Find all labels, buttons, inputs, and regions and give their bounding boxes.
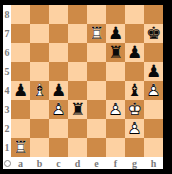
square-a6[interactable] — [11, 43, 30, 62]
square-e8[interactable] — [87, 5, 106, 24]
square-g3[interactable]: ♚♔ — [125, 100, 144, 119]
square-b3[interactable] — [30, 100, 49, 119]
file-labels: abcdefgh — [11, 157, 163, 169]
square-h1[interactable] — [144, 138, 163, 157]
white-pawn-fill: ♟ — [49, 100, 68, 119]
black-pawn-piece: ♟ — [106, 24, 125, 43]
side-to-move-indicator — [3, 157, 11, 169]
square-h4[interactable]: ♟♙ — [144, 81, 163, 100]
rank-label-7: 7 — [3, 24, 11, 43]
file-label-h: h — [144, 157, 163, 169]
square-f3[interactable]: ♟♙ — [106, 100, 125, 119]
square-e6[interactable] — [87, 43, 106, 62]
square-a2[interactable] — [11, 119, 30, 138]
square-b6[interactable] — [30, 43, 49, 62]
white-pawn-fill: ♟ — [144, 81, 163, 100]
square-h5[interactable]: ♟ — [144, 62, 163, 81]
white-to-move-circle-icon — [4, 160, 11, 167]
square-c8[interactable] — [49, 5, 68, 24]
black-rook-piece: ♜ — [68, 100, 87, 119]
rank-label-1: 1 — [3, 138, 11, 157]
white-pawn-fill: ♟ — [106, 100, 125, 119]
rank-label-4: 4 — [3, 81, 11, 100]
square-d1[interactable] — [68, 138, 87, 157]
white-rook-piece: ♖ — [11, 138, 30, 157]
square-e3[interactable] — [87, 100, 106, 119]
square-b8[interactable] — [30, 5, 49, 24]
chess-diagram: 87654321 ♜♖♟♚♜♟♟♟♝♗♟♝♟♙♟♙♜♟♙♚♔♟♙♜♖ abcde… — [3, 5, 163, 169]
white-pawn-piece: ♙ — [144, 81, 163, 100]
square-c6[interactable] — [49, 43, 68, 62]
white-pawn-fill: ♟ — [125, 119, 144, 138]
square-d3[interactable]: ♜ — [68, 100, 87, 119]
square-e5[interactable] — [87, 62, 106, 81]
square-h7[interactable]: ♚ — [144, 24, 163, 43]
chess-board: ♜♖♟♚♜♟♟♟♝♗♟♝♟♙♟♙♜♟♙♚♔♟♙♜♖ — [11, 5, 163, 157]
square-g4[interactable]: ♝ — [125, 81, 144, 100]
file-label-a: a — [11, 157, 30, 169]
square-f6[interactable]: ♜ — [106, 43, 125, 62]
chess-diagram-frame: 87654321 ♜♖♟♚♜♟♟♟♝♗♟♝♟♙♟♙♜♟♙♚♔♟♙♜♖ abcde… — [0, 0, 172, 174]
rank-label-3: 3 — [3, 100, 11, 119]
square-b4[interactable]: ♝♗ — [30, 81, 49, 100]
white-king-piece: ♔ — [125, 100, 144, 119]
white-rook-fill: ♜ — [11, 138, 30, 157]
square-b1[interactable] — [30, 138, 49, 157]
square-a1[interactable]: ♜♖ — [11, 138, 30, 157]
square-e2[interactable] — [87, 119, 106, 138]
square-c4[interactable]: ♟ — [49, 81, 68, 100]
file-label-e: e — [87, 157, 106, 169]
file-label-c: c — [49, 157, 68, 169]
square-f8[interactable] — [106, 5, 125, 24]
white-king-fill: ♚ — [125, 100, 144, 119]
square-a3[interactable] — [11, 100, 30, 119]
square-d7[interactable] — [68, 24, 87, 43]
black-rook-piece: ♜ — [106, 43, 125, 62]
square-a5[interactable] — [11, 62, 30, 81]
rank-label-2: 2 — [3, 119, 11, 138]
file-label-b: b — [30, 157, 49, 169]
white-rook-piece: ♖ — [87, 24, 106, 43]
square-c7[interactable] — [49, 24, 68, 43]
square-a8[interactable] — [11, 5, 30, 24]
square-g5[interactable] — [125, 62, 144, 81]
square-d8[interactable] — [68, 5, 87, 24]
rank-label-6: 6 — [3, 43, 11, 62]
black-pawn-piece: ♟ — [49, 81, 68, 100]
square-a4[interactable]: ♟ — [11, 81, 30, 100]
white-pawn-piece: ♙ — [106, 100, 125, 119]
square-g2[interactable]: ♟♙ — [125, 119, 144, 138]
square-h3[interactable] — [144, 100, 163, 119]
square-b7[interactable] — [30, 24, 49, 43]
square-d4[interactable] — [68, 81, 87, 100]
square-h2[interactable] — [144, 119, 163, 138]
square-d2[interactable] — [68, 119, 87, 138]
file-labels-row: abcdefgh — [3, 157, 163, 169]
square-f5[interactable] — [106, 62, 125, 81]
square-d5[interactable] — [68, 62, 87, 81]
square-e1[interactable] — [87, 138, 106, 157]
rank-labels: 87654321 — [3, 5, 11, 157]
square-e7[interactable]: ♜♖ — [87, 24, 106, 43]
white-pawn-piece: ♙ — [125, 119, 144, 138]
white-bishop-fill: ♝ — [30, 81, 49, 100]
rank-label-5: 5 — [3, 62, 11, 81]
square-f4[interactable] — [106, 81, 125, 100]
black-king-piece: ♚ — [144, 24, 163, 43]
square-f7[interactable]: ♟ — [106, 24, 125, 43]
rank-label-8: 8 — [3, 5, 11, 24]
square-g7[interactable] — [125, 24, 144, 43]
file-label-f: f — [106, 157, 125, 169]
black-pawn-piece: ♟ — [144, 62, 163, 81]
square-d6[interactable] — [68, 43, 87, 62]
square-c2[interactable] — [49, 119, 68, 138]
square-b2[interactable] — [30, 119, 49, 138]
black-pawn-piece: ♟ — [125, 43, 144, 62]
square-f2[interactable] — [106, 119, 125, 138]
square-h8[interactable] — [144, 5, 163, 24]
square-g1[interactable] — [125, 138, 144, 157]
square-b5[interactable] — [30, 62, 49, 81]
file-label-d: d — [68, 157, 87, 169]
square-c3[interactable]: ♟♙ — [49, 100, 68, 119]
square-a7[interactable] — [11, 24, 30, 43]
square-e4[interactable] — [87, 81, 106, 100]
white-bishop-piece: ♗ — [30, 81, 49, 100]
black-pawn-piece: ♟ — [11, 81, 30, 100]
white-pawn-piece: ♙ — [49, 100, 68, 119]
square-f1[interactable] — [106, 138, 125, 157]
square-h6[interactable] — [144, 43, 163, 62]
square-c5[interactable] — [49, 62, 68, 81]
square-g6[interactable]: ♟ — [125, 43, 144, 62]
square-g8[interactable] — [125, 5, 144, 24]
file-label-g: g — [125, 157, 144, 169]
white-rook-fill: ♜ — [87, 24, 106, 43]
black-bishop-piece: ♝ — [125, 81, 144, 100]
square-c1[interactable] — [49, 138, 68, 157]
